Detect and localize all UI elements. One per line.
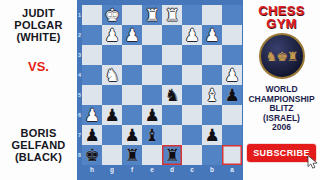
white-pawn: ♟	[204, 25, 219, 45]
video-thumbnail: JUDIT POLGAR (WHITE) VS. BORIS GELFAND (…	[0, 0, 320, 180]
black-bishop: ♝	[144, 125, 159, 145]
white-rook: ♜	[164, 5, 179, 25]
square-a7[interactable]	[222, 125, 242, 145]
square-b7[interactable]: ♟	[202, 125, 222, 145]
black-pawn: ♟	[224, 85, 239, 105]
chess-gym-logo-icon: ♞♚♜	[259, 33, 305, 79]
square-e2[interactable]	[142, 25, 162, 45]
square-b6[interactable]	[202, 105, 222, 125]
square-e3[interactable]	[142, 45, 162, 65]
black-pawn: ♟	[204, 125, 219, 145]
chess-board-area: 12345678 ♚♜♜♟♟♟♟♞♟♞♝♟♟♟♟♟♟♝♟♚♜♜ hgfedcba	[77, 0, 243, 180]
square-a6[interactable]	[222, 105, 242, 125]
channel-panel: CHESS GYM ♞♚♜ WORLD CHAMPIONSHIP BLITZ (…	[243, 0, 320, 180]
square-d7[interactable]	[162, 125, 182, 145]
file-labels: hgfedcba	[82, 166, 242, 173]
square-c7[interactable]	[182, 125, 202, 145]
versus-label: VS.	[28, 59, 49, 74]
subscribe-label: SUBSCRIBE	[253, 148, 310, 158]
square-g2[interactable]: ♟	[102, 25, 122, 45]
white-rook: ♜	[144, 5, 159, 25]
white-pawn: ♟	[124, 25, 139, 45]
white-pawn: ♟	[84, 105, 99, 125]
square-h6[interactable]: ♟	[82, 105, 102, 125]
file-label-d: d	[162, 166, 182, 173]
square-g6[interactable]: ♟	[102, 105, 122, 125]
square-f7[interactable]: ♟	[122, 125, 142, 145]
black-pawn: ♟	[84, 125, 99, 145]
square-b8[interactable]	[202, 145, 222, 165]
square-d5[interactable]: ♞	[162, 85, 182, 105]
square-b1[interactable]	[202, 5, 222, 25]
square-a5[interactable]: ♟	[222, 85, 242, 105]
white-pawn: ♟	[184, 25, 199, 45]
square-g5[interactable]	[102, 85, 122, 105]
square-e7[interactable]: ♝	[142, 125, 162, 145]
players-panel: JUDIT POLGAR (WHITE) VS. BORIS GELFAND (…	[0, 0, 77, 180]
square-h3[interactable]	[82, 45, 102, 65]
square-c3[interactable]	[182, 45, 202, 65]
square-d4[interactable]	[162, 65, 182, 85]
white-knight: ♞	[104, 65, 119, 85]
square-a8[interactable]	[222, 145, 242, 165]
square-e5[interactable]	[142, 85, 162, 105]
square-g3[interactable]	[102, 45, 122, 65]
square-f6[interactable]	[122, 105, 142, 125]
subscribe-button[interactable]: SUBSCRIBE	[247, 144, 316, 162]
square-h1[interactable]	[82, 5, 102, 25]
black-pawn: ♟	[104, 105, 119, 125]
square-e6[interactable]: ♟	[142, 105, 162, 125]
square-d1[interactable]: ♜	[162, 5, 182, 25]
square-h8[interactable]: ♚	[82, 145, 102, 165]
black-player-name: BORIS GELFAND (BLACK)	[12, 127, 66, 163]
logo-pieces-icon: ♞♚♜	[266, 49, 298, 64]
file-label-g: g	[102, 166, 122, 173]
square-g4[interactable]: ♞	[102, 65, 122, 85]
square-g1[interactable]: ♚	[102, 5, 122, 25]
square-b5[interactable]: ♝	[202, 85, 222, 105]
square-b3[interactable]	[202, 45, 222, 65]
file-label-e: e	[142, 166, 162, 173]
square-f2[interactable]: ♟	[122, 25, 142, 45]
square-h7[interactable]: ♟	[82, 125, 102, 145]
file-label-f: f	[122, 166, 142, 173]
square-d6[interactable]	[162, 105, 182, 125]
square-c1[interactable]	[182, 5, 202, 25]
white-pawn: ♟	[224, 65, 239, 85]
square-g8[interactable]	[102, 145, 122, 165]
square-f1[interactable]	[122, 5, 142, 25]
square-c4[interactable]	[182, 65, 202, 85]
square-b4[interactable]	[202, 65, 222, 85]
square-c2[interactable]: ♟	[182, 25, 202, 45]
square-f5[interactable]	[122, 85, 142, 105]
file-label-b: b	[202, 166, 222, 173]
square-h5[interactable]	[82, 85, 102, 105]
event-title: WORLD CHAMPIONSHIP BLITZ (ISRAEL) 2006	[248, 85, 314, 133]
square-b2[interactable]: ♟	[202, 25, 222, 45]
square-c6[interactable]	[182, 105, 202, 125]
square-d2[interactable]	[162, 25, 182, 45]
square-e4[interactable]	[142, 65, 162, 85]
black-king: ♚	[84, 145, 99, 165]
square-a3[interactable]	[222, 45, 242, 65]
square-f3[interactable]	[122, 45, 142, 65]
square-a1[interactable]	[222, 5, 242, 25]
square-d3[interactable]	[162, 45, 182, 65]
square-h2[interactable]	[82, 25, 102, 45]
square-f4[interactable]	[122, 65, 142, 85]
black-knight: ♞	[164, 85, 179, 105]
square-h4[interactable]	[82, 65, 102, 85]
cursor-icon	[306, 155, 319, 169]
file-label-c: c	[182, 166, 202, 173]
white-bishop: ♝	[204, 85, 219, 105]
board-grid: ♚♜♜♟♟♟♟♞♟♞♝♟♟♟♟♟♟♝♟♚♜♜	[82, 5, 242, 165]
channel-title: CHESS GYM	[258, 4, 304, 30]
square-g7[interactable]	[102, 125, 122, 145]
square-c8[interactable]	[182, 145, 202, 165]
white-pawn: ♟	[104, 25, 119, 45]
black-pawn: ♟	[124, 125, 139, 145]
black-rook: ♜	[124, 145, 139, 165]
black-rook: ♜	[164, 145, 179, 165]
square-a2[interactable]	[222, 25, 242, 45]
black-pawn: ♟	[144, 105, 159, 125]
square-c5[interactable]	[182, 85, 202, 105]
square-f8[interactable]: ♜	[122, 145, 142, 165]
white-king: ♚	[104, 5, 119, 25]
square-a4[interactable]: ♟	[222, 65, 242, 85]
white-player-name: JUDIT POLGAR (WHITE)	[14, 7, 62, 43]
file-label-a: a	[222, 166, 242, 173]
square-e8[interactable]	[142, 145, 162, 165]
square-d8[interactable]: ♜	[162, 145, 182, 165]
file-label-h: h	[82, 166, 102, 173]
square-e1[interactable]: ♜	[142, 5, 162, 25]
